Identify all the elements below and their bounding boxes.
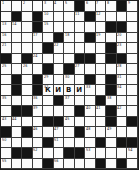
black-cell: [75, 127, 86, 138]
white-cell[interactable]: [106, 138, 117, 149]
white-cell[interactable]: [1, 12, 12, 23]
black-cell: [96, 138, 107, 149]
white-cell[interactable]: 17: [33, 33, 44, 44]
clue-number: 52: [33, 148, 37, 151]
clue-number: 49: [107, 127, 111, 130]
black-cell: [117, 54, 128, 65]
clue-number: 43: [2, 117, 6, 120]
white-cell[interactable]: [64, 127, 75, 138]
clue-number: 10: [44, 12, 48, 15]
white-cell[interactable]: [12, 138, 23, 149]
white-cell[interactable]: [64, 106, 75, 117]
white-cell[interactable]: [127, 96, 138, 107]
clue-number: 54: [128, 148, 132, 151]
white-cell[interactable]: 42: [117, 106, 128, 117]
white-cell[interactable]: 49: [106, 127, 117, 138]
black-cell: [96, 159, 107, 170]
cell-letter: В: [64, 86, 74, 95]
white-cell[interactable]: 36: [33, 96, 44, 107]
clue-number: 15: [44, 22, 48, 25]
black-cell: [54, 117, 65, 128]
white-cell[interactable]: И: [54, 85, 65, 96]
white-cell[interactable]: [75, 43, 86, 54]
black-cell: [33, 22, 44, 33]
black-cell: [117, 22, 128, 33]
white-cell[interactable]: 44: [12, 117, 23, 128]
clue-number: 2: [23, 1, 25, 4]
white-cell[interactable]: [106, 12, 117, 23]
white-cell[interactable]: [117, 127, 128, 138]
white-cell[interactable]: 54: [127, 148, 138, 159]
white-cell[interactable]: [85, 43, 96, 54]
black-cell: [127, 138, 138, 149]
clue-number: 16: [2, 33, 6, 36]
white-cell[interactable]: 6: [85, 1, 96, 12]
clue-number: 40: [86, 106, 90, 109]
black-cell: [22, 54, 33, 65]
white-cell[interactable]: [64, 22, 75, 33]
white-cell[interactable]: [117, 117, 128, 128]
black-cell: [117, 159, 128, 170]
white-cell[interactable]: [85, 159, 96, 170]
clue-number: 14: [12, 22, 16, 25]
black-cell: [64, 64, 75, 75]
clue-number: 5: [65, 1, 67, 4]
white-cell[interactable]: [54, 22, 65, 33]
white-cell[interactable]: [127, 75, 138, 86]
black-cell: [54, 96, 65, 107]
white-cell[interactable]: [106, 64, 117, 75]
black-cell: [1, 54, 12, 65]
clue-number: 12: [96, 12, 100, 15]
white-cell[interactable]: [127, 106, 138, 117]
white-cell[interactable]: 52: [33, 148, 44, 159]
white-cell[interactable]: [22, 75, 33, 86]
white-cell[interactable]: [64, 43, 75, 54]
white-cell[interactable]: [96, 22, 107, 33]
black-cell: [117, 138, 128, 149]
white-cell[interactable]: 20: [117, 33, 128, 44]
clue-number: 3: [44, 1, 46, 4]
clue-number: 37: [65, 96, 69, 99]
white-cell[interactable]: [22, 138, 33, 149]
black-cell: [43, 117, 54, 128]
white-cell[interactable]: [85, 117, 96, 128]
clue-number: 35: [2, 96, 6, 99]
white-cell[interactable]: [75, 138, 86, 149]
cell-letter: И: [54, 86, 64, 95]
white-cell[interactable]: [127, 43, 138, 54]
white-cell[interactable]: [43, 54, 54, 65]
white-cell[interactable]: [1, 148, 12, 159]
white-cell[interactable]: 32К: [43, 85, 54, 96]
black-cell: [12, 106, 23, 117]
white-cell[interactable]: [75, 159, 86, 170]
white-cell[interactable]: [12, 1, 23, 12]
clue-number: 38: [107, 96, 111, 99]
white-cell[interactable]: [43, 96, 54, 107]
white-cell[interactable]: [54, 106, 65, 117]
white-cell[interactable]: И: [75, 85, 86, 96]
white-cell[interactable]: 55: [1, 159, 12, 170]
white-cell[interactable]: [64, 12, 75, 23]
black-cell: [12, 148, 23, 159]
black-cell: [12, 75, 23, 86]
white-cell[interactable]: [54, 75, 65, 86]
black-cell: [54, 33, 65, 44]
white-cell[interactable]: [127, 64, 138, 75]
white-cell[interactable]: [85, 96, 96, 107]
white-cell[interactable]: [127, 33, 138, 44]
white-cell[interactable]: [96, 54, 107, 65]
white-cell[interactable]: 40: [85, 106, 96, 117]
white-cell[interactable]: [43, 33, 54, 44]
clue-number: 42: [117, 106, 121, 109]
white-cell[interactable]: 15: [43, 22, 54, 33]
black-cell: [43, 138, 54, 149]
clue-number: 51: [54, 138, 58, 141]
white-cell[interactable]: 43: [1, 117, 12, 128]
white-cell[interactable]: [96, 43, 107, 54]
white-cell[interactable]: 31: [117, 75, 128, 86]
clue-number: 53: [86, 148, 90, 151]
white-cell[interactable]: [64, 138, 75, 149]
white-cell[interactable]: 29: [43, 75, 54, 86]
clue-number: 19: [96, 33, 100, 36]
white-cell[interactable]: [127, 12, 138, 23]
white-cell[interactable]: [54, 148, 65, 159]
white-cell[interactable]: 14: [12, 22, 23, 33]
white-cell[interactable]: [12, 54, 23, 65]
white-cell[interactable]: [96, 148, 107, 159]
black-cell: [12, 12, 23, 23]
white-cell[interactable]: 10: [43, 12, 54, 23]
white-cell[interactable]: 47: [54, 127, 65, 138]
white-cell[interactable]: [64, 54, 75, 65]
clue-number: 50: [2, 138, 6, 141]
white-cell[interactable]: 38: [106, 96, 117, 107]
white-cell[interactable]: 7: [96, 1, 107, 12]
clue-number: 8: [107, 1, 109, 4]
white-cell[interactable]: [96, 75, 107, 86]
white-cell[interactable]: 34: [117, 85, 128, 96]
clue-number: 18: [65, 33, 69, 36]
clue-number: 46: [33, 127, 37, 130]
black-cell: [22, 127, 33, 138]
white-cell[interactable]: [33, 1, 44, 12]
clue-number: 22: [54, 43, 58, 46]
white-cell[interactable]: [12, 43, 23, 54]
white-cell[interactable]: 13: [1, 22, 12, 33]
white-cell[interactable]: [127, 22, 138, 33]
white-cell[interactable]: 9: [127, 1, 138, 12]
black-cell: [85, 33, 96, 44]
white-cell[interactable]: [22, 33, 33, 44]
clue-number: 41: [96, 106, 100, 109]
black-cell: [106, 117, 117, 128]
clue-number: 21: [2, 43, 6, 46]
white-cell[interactable]: [33, 159, 44, 170]
white-cell[interactable]: [96, 64, 107, 75]
white-cell[interactable]: [64, 159, 75, 170]
black-cell: [106, 22, 117, 33]
white-cell[interactable]: 23: [117, 43, 128, 54]
white-cell[interactable]: [117, 12, 128, 23]
clue-number: 45: [65, 117, 69, 120]
black-cell: [106, 43, 117, 54]
white-cell[interactable]: 16: [1, 33, 12, 44]
black-cell: [96, 96, 107, 107]
white-cell[interactable]: 11: [75, 12, 86, 23]
white-cell[interactable]: [33, 138, 44, 149]
white-cell[interactable]: [54, 54, 65, 65]
clue-number: 9: [128, 1, 130, 4]
white-cell[interactable]: 25: [1, 64, 12, 75]
white-cell[interactable]: [1, 75, 12, 86]
white-cell[interactable]: [54, 12, 65, 23]
white-cell[interactable]: [96, 85, 107, 96]
white-cell[interactable]: [127, 85, 138, 96]
white-cell[interactable]: 2: [22, 1, 33, 12]
white-cell[interactable]: [43, 148, 54, 159]
white-cell[interactable]: 21: [1, 43, 12, 54]
white-cell[interactable]: 41: [96, 106, 107, 117]
clue-number: 1: [2, 1, 4, 4]
white-cell[interactable]: [75, 33, 86, 44]
white-cell[interactable]: [43, 106, 54, 117]
white-cell[interactable]: [12, 159, 23, 170]
white-cell[interactable]: [117, 148, 128, 159]
white-cell[interactable]: [75, 22, 86, 33]
clue-number: 25: [2, 64, 6, 67]
clue-number: 17: [33, 33, 37, 36]
white-cell[interactable]: 33: [85, 85, 96, 96]
clue-number: 26: [23, 64, 27, 67]
white-cell[interactable]: [1, 106, 12, 117]
white-cell[interactable]: [22, 96, 33, 107]
clue-number: 27: [75, 64, 79, 67]
white-cell[interactable]: [54, 64, 65, 75]
white-cell[interactable]: [33, 117, 44, 128]
white-cell[interactable]: 30: [64, 75, 75, 86]
white-cell[interactable]: 1: [1, 1, 12, 12]
clue-number: 20: [117, 33, 121, 36]
crossword-grid: 1234567891011121314151617181920212223242…: [0, 0, 139, 170]
white-cell[interactable]: [75, 117, 86, 128]
white-cell[interactable]: 48: [85, 127, 96, 138]
black-cell: [85, 54, 96, 65]
black-cell: [75, 148, 86, 159]
white-cell[interactable]: [22, 117, 33, 128]
black-cell: [22, 106, 33, 117]
clue-number: 31: [117, 75, 121, 78]
white-cell[interactable]: [127, 54, 138, 65]
white-cell[interactable]: 19: [96, 33, 107, 44]
white-cell[interactable]: [75, 96, 86, 107]
white-cell[interactable]: 3: [43, 1, 54, 12]
clue-number: 34: [117, 85, 121, 88]
clue-number: 29: [44, 75, 48, 78]
white-cell[interactable]: [22, 22, 33, 33]
black-cell: [64, 148, 75, 159]
black-cell: [33, 75, 44, 86]
white-cell[interactable]: [22, 85, 33, 96]
black-cell: [117, 1, 128, 12]
cell-letter: И: [75, 86, 85, 95]
clue-number: 39: [33, 106, 37, 109]
white-cell[interactable]: 51: [54, 138, 65, 149]
white-cell[interactable]: [85, 22, 96, 33]
white-cell[interactable]: 28: [117, 64, 128, 75]
white-cell[interactable]: [127, 159, 138, 170]
clue-number: 48: [86, 127, 90, 130]
black-cell: [75, 106, 86, 117]
cell-letter: К: [43, 86, 53, 95]
clue-number: 28: [117, 64, 121, 67]
black-cell: [33, 85, 44, 96]
white-cell[interactable]: 12: [96, 12, 107, 23]
black-cell: [33, 12, 44, 23]
white-cell[interactable]: 27: [75, 64, 86, 75]
white-cell[interactable]: [85, 64, 96, 75]
white-cell[interactable]: [33, 43, 44, 54]
clue-number: 30: [65, 75, 69, 78]
white-cell[interactable]: 26: [22, 64, 33, 75]
white-cell[interactable]: [117, 96, 128, 107]
white-cell[interactable]: [22, 43, 33, 54]
black-cell: [106, 106, 117, 117]
white-cell[interactable]: [106, 159, 117, 170]
white-cell[interactable]: 18: [64, 33, 75, 44]
white-cell[interactable]: 46: [33, 127, 44, 138]
white-cell[interactable]: 24: [33, 54, 44, 65]
white-cell[interactable]: [106, 148, 117, 159]
clue-number: 24: [33, 54, 37, 57]
white-cell[interactable]: [12, 127, 23, 138]
black-cell: [106, 54, 117, 65]
white-cell[interactable]: 50: [1, 138, 12, 149]
black-cell: [75, 1, 86, 12]
black-cell: [75, 54, 86, 65]
white-cell[interactable]: 5: [64, 1, 75, 12]
black-cell: [12, 85, 23, 96]
clue-number: 55: [2, 159, 6, 162]
page: 1234567891011121314151617181920212223242…: [0, 0, 140, 170]
white-cell[interactable]: [12, 96, 23, 107]
clue-number: 47: [54, 127, 58, 130]
black-cell: [127, 117, 138, 128]
clue-number: 13: [2, 22, 6, 25]
clue-number: 6: [86, 1, 88, 4]
clue-number: 56: [54, 159, 58, 162]
white-cell[interactable]: [12, 64, 23, 75]
clue-number: 44: [12, 117, 16, 120]
white-cell[interactable]: 53: [85, 148, 96, 159]
black-cell: [85, 12, 96, 23]
white-cell[interactable]: 45: [64, 117, 75, 128]
white-cell[interactable]: [12, 33, 23, 44]
black-cell: [85, 75, 96, 86]
black-cell: [106, 85, 117, 96]
white-cell[interactable]: [85, 138, 96, 149]
black-cell: [106, 75, 117, 86]
white-cell[interactable]: [127, 127, 138, 138]
white-cell[interactable]: 8: [106, 1, 117, 12]
clue-number: 23: [117, 43, 121, 46]
white-cell[interactable]: [75, 75, 86, 86]
clue-number: 36: [33, 96, 37, 99]
white-cell[interactable]: 4: [54, 1, 65, 12]
white-cell[interactable]: [43, 127, 54, 138]
white-cell[interactable]: В: [64, 85, 75, 96]
white-cell[interactable]: 37: [64, 96, 75, 107]
black-cell: [1, 127, 12, 138]
black-cell: [43, 159, 54, 170]
white-cell[interactable]: 39: [33, 106, 44, 117]
black-cell: [43, 64, 54, 75]
clue-number: 33: [86, 85, 90, 88]
clue-number: 7: [96, 1, 98, 4]
white-cell[interactable]: [96, 127, 107, 138]
white-cell[interactable]: [96, 117, 107, 128]
white-cell[interactable]: [22, 159, 33, 170]
black-cell: [22, 148, 33, 159]
white-cell[interactable]: [106, 33, 117, 44]
white-cell[interactable]: 35: [1, 96, 12, 107]
white-cell[interactable]: 22: [54, 43, 65, 54]
white-cell[interactable]: [22, 12, 33, 23]
white-cell[interactable]: 56: [54, 159, 65, 170]
clue-number: 11: [75, 12, 79, 15]
white-cell[interactable]: [1, 85, 12, 96]
white-cell[interactable]: [33, 64, 44, 75]
black-cell: [43, 43, 54, 54]
clue-number: 4: [54, 1, 56, 4]
